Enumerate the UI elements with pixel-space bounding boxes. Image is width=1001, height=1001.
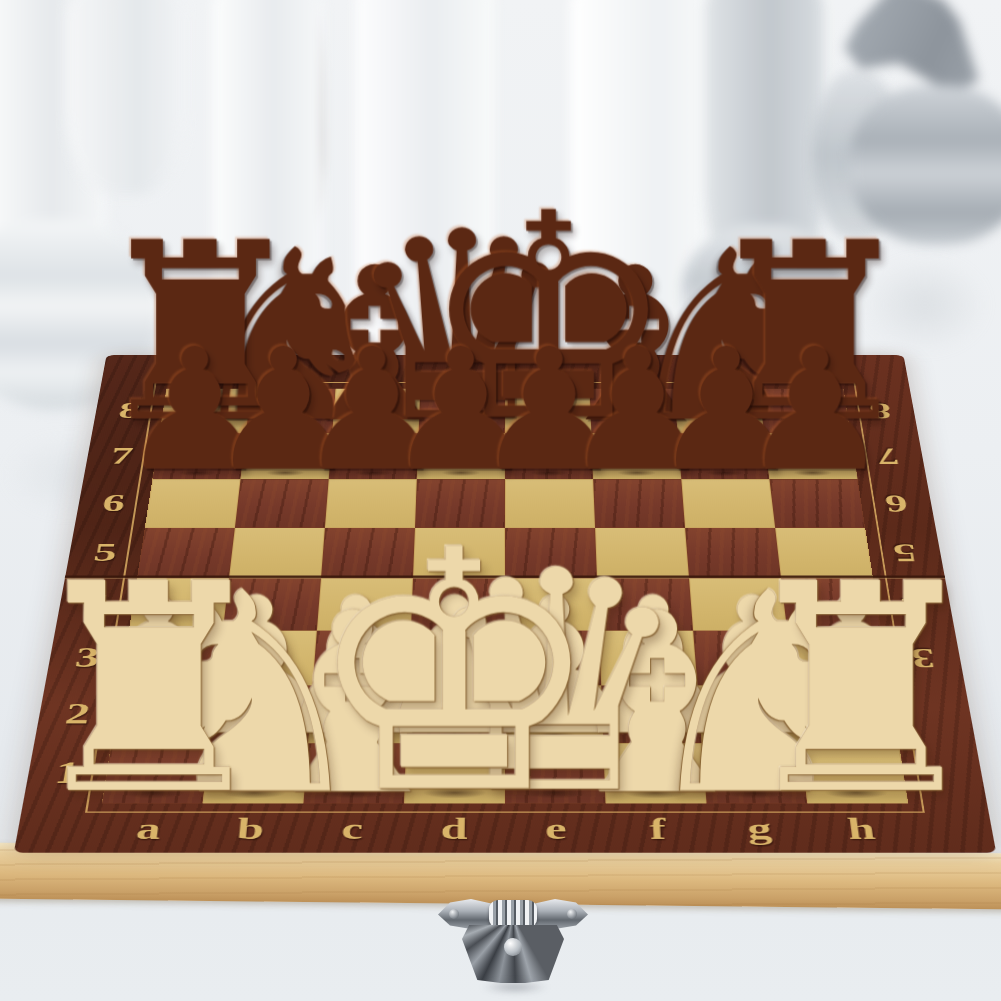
square-h1[interactable]: ♜ xyxy=(800,743,908,803)
piece-light-rook[interactable]: ♜ xyxy=(732,554,990,827)
piece-light-rook[interactable]: ♜ xyxy=(20,554,278,827)
product-photo: ♜♞♝♛♚♝♞♜♟♟♟♟♟♟♟♟♟♟♟♟♟♟♟♟♜♞♝♚♛♝♞♜ 8765432… xyxy=(0,0,1001,1001)
piece-light-king[interactable]: ♚ xyxy=(305,516,603,832)
square-a1[interactable]: ♜ xyxy=(102,743,210,803)
rank-label-right-6: 6 xyxy=(883,491,909,515)
piece-dark-pawn[interactable]: ♟ xyxy=(740,331,891,491)
rank-label-left-6: 6 xyxy=(101,491,127,515)
chess-board[interactable]: ♜♞♝♛♚♝♞♜♟♟♟♟♟♟♟♟♟♟♟♟♟♟♟♟♜♞♝♚♛♝♞♜ 8765432… xyxy=(14,355,996,852)
square-d1[interactable]: ♚ xyxy=(404,743,505,803)
square-h7[interactable]: ♟ xyxy=(764,433,858,479)
board-scene: ♜♞♝♛♚♝♞♜♟♟♟♟♟♟♟♟♟♟♟♟♟♟♟♟♜♞♝♚♛♝♞♜ 8765432… xyxy=(0,0,1001,1001)
board-grid: ♜♞♝♛♚♝♞♜♟♟♟♟♟♟♟♟♟♟♟♟♟♟♟♟♜♞♝♚♛♝♞♜ xyxy=(102,389,908,804)
